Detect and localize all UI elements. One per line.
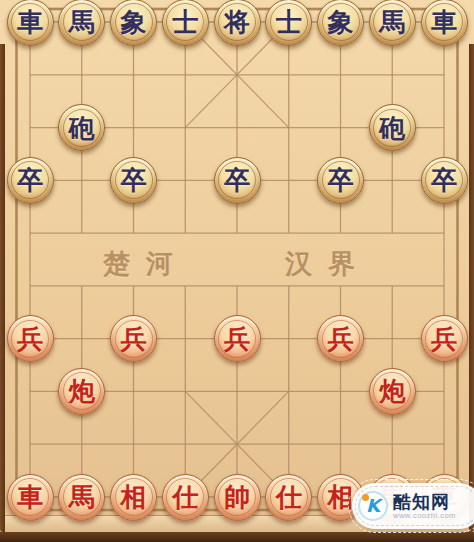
- piece-red-soldier[interactable]: 兵: [421, 315, 468, 362]
- piece-black-horse[interactable]: 馬: [369, 0, 416, 46]
- piece-black-advisor[interactable]: 士: [162, 0, 209, 46]
- piece-black-soldier[interactable]: 卒: [317, 157, 364, 204]
- river-label-chu-he: 楚河: [86, 248, 206, 280]
- piece-red-elephant[interactable]: 相: [110, 474, 157, 521]
- piece-black-rook[interactable]: 車: [421, 0, 468, 46]
- piece-glyph: 卒: [328, 167, 354, 193]
- piece-red-advisor[interactable]: 仕: [162, 474, 209, 521]
- piece-red-soldier[interactable]: 兵: [110, 315, 157, 362]
- board-grid: [0, 0, 474, 542]
- piece-black-soldier[interactable]: 卒: [110, 157, 157, 204]
- piece-red-advisor[interactable]: 仕: [265, 474, 312, 521]
- piece-black-rook[interactable]: 車: [7, 0, 54, 46]
- logo-orange-dot: [362, 494, 369, 501]
- coozhi-logo-icon: K: [358, 491, 388, 521]
- piece-black-elephant[interactable]: 象: [317, 0, 364, 46]
- piece-glyph: 卒: [17, 167, 43, 193]
- piece-red-cannon[interactable]: 炮: [58, 368, 105, 415]
- piece-glyph: 車: [17, 484, 43, 510]
- piece-black-soldier[interactable]: 卒: [7, 157, 54, 204]
- piece-red-horse[interactable]: 馬: [58, 474, 105, 521]
- piece-glyph: 仕: [172, 484, 198, 510]
- piece-red-soldier[interactable]: 兵: [214, 315, 261, 362]
- piece-glyph: 馬: [69, 9, 95, 35]
- piece-glyph: 馬: [379, 9, 405, 35]
- watermark-stamp: K 酷知网 www.coozhi.com: [352, 483, 474, 529]
- piece-glyph: 仕: [276, 484, 302, 510]
- piece-glyph: 砲: [69, 115, 95, 141]
- piece-glyph: 象: [121, 9, 147, 35]
- piece-glyph: 士: [276, 9, 302, 35]
- piece-red-general[interactable]: 帥: [214, 474, 261, 521]
- piece-glyph: 兵: [224, 326, 250, 352]
- piece-glyph: 相: [121, 484, 147, 510]
- piece-black-advisor[interactable]: 士: [265, 0, 312, 46]
- piece-glyph: 車: [17, 9, 43, 35]
- watermark-site-name: 酷知网: [393, 492, 456, 512]
- piece-red-cannon[interactable]: 炮: [369, 368, 416, 415]
- piece-black-soldier[interactable]: 卒: [421, 157, 468, 204]
- piece-glyph: 炮: [69, 378, 95, 404]
- piece-glyph: 砲: [379, 115, 405, 141]
- river-label-han-jie: 汉界: [268, 248, 388, 280]
- piece-glyph: 将: [224, 9, 250, 35]
- board-left-edge: [0, 44, 5, 532]
- piece-glyph: 帥: [224, 484, 250, 510]
- piece-red-soldier[interactable]: 兵: [317, 315, 364, 362]
- piece-glyph: 象: [328, 9, 354, 35]
- piece-black-cannon[interactable]: 砲: [58, 104, 105, 151]
- board-bottom-edge: [0, 532, 474, 542]
- piece-glyph: 兵: [328, 326, 354, 352]
- piece-glyph: 炮: [379, 378, 405, 404]
- piece-black-soldier[interactable]: 卒: [214, 157, 261, 204]
- watermark-text: 酷知网 www.coozhi.com: [393, 492, 456, 521]
- piece-glyph: 卒: [121, 167, 147, 193]
- piece-glyph: 馬: [69, 484, 95, 510]
- piece-black-horse[interactable]: 馬: [58, 0, 105, 46]
- piece-glyph: 卒: [224, 167, 250, 193]
- piece-glyph: 兵: [121, 326, 147, 352]
- piece-glyph: 相: [328, 484, 354, 510]
- piece-red-rook[interactable]: 車: [7, 474, 54, 521]
- piece-red-soldier[interactable]: 兵: [7, 315, 54, 362]
- piece-black-general[interactable]: 将: [214, 0, 261, 46]
- board-right-edge: [469, 44, 474, 532]
- xiangqi-board-screenshot: 楚河 汉界 車馬象士将士象馬車砲砲卒卒卒卒卒兵兵兵兵兵炮炮車馬相仕帥仕相馬車 K…: [0, 0, 474, 542]
- piece-glyph: 車: [431, 9, 457, 35]
- piece-glyph: 兵: [17, 326, 43, 352]
- piece-black-cannon[interactable]: 砲: [369, 104, 416, 151]
- watermark-site-url: www.coozhi.com: [393, 511, 456, 520]
- piece-black-elephant[interactable]: 象: [110, 0, 157, 46]
- piece-glyph: 兵: [431, 326, 457, 352]
- piece-glyph: 士: [172, 9, 198, 35]
- piece-glyph: 卒: [431, 167, 457, 193]
